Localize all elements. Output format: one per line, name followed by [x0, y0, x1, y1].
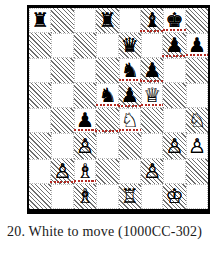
piece-white-rook: ♖: [121, 184, 139, 209]
red-squiggle-mark: [141, 104, 163, 106]
square-b3: [51, 133, 73, 158]
square-d1: [96, 184, 118, 209]
square-d5: ♞: [96, 83, 118, 108]
red-squiggle-mark: [74, 129, 96, 131]
red-squiggle-mark: [186, 54, 208, 56]
square-h3: ♙: [186, 133, 208, 158]
piece-white-pawn: ♙: [76, 134, 94, 159]
chess-board: ♜♜♝♚♛♟♟♞♟♞♟♕♟♘♘♙♙♙♙♗♙♗♖♔: [27, 5, 210, 214]
square-d2: [96, 159, 118, 184]
piece-black-rook: ♜: [98, 8, 116, 33]
red-squiggle-mark: [96, 104, 118, 106]
square-g6: [163, 58, 185, 83]
square-b6: [51, 58, 73, 83]
square-f1: [141, 184, 163, 209]
square-e1: ♖: [119, 184, 141, 209]
square-a4: [29, 108, 51, 133]
square-b1: [51, 184, 73, 209]
square-f2: ♙: [141, 159, 163, 184]
red-squiggle-mark: [74, 180, 96, 182]
square-c1: ♗: [74, 184, 96, 209]
square-e3: [119, 133, 141, 158]
square-e5: ♟: [119, 83, 141, 108]
square-g8: ♚: [163, 8, 185, 33]
square-c6: [74, 58, 96, 83]
square-h6: [186, 58, 208, 83]
square-f8: ♝: [141, 8, 163, 33]
piece-white-pawn: ♙: [166, 134, 184, 159]
red-squiggle-mark: [119, 79, 141, 81]
square-d3: [96, 133, 118, 158]
red-squiggle-mark: [119, 129, 141, 131]
square-e2: [119, 159, 141, 184]
square-f7: [141, 33, 163, 58]
square-f4: [141, 108, 163, 133]
square-c3: ♙: [74, 133, 96, 158]
square-h1: [186, 184, 208, 209]
square-b7: [51, 33, 73, 58]
square-g1: ♔: [163, 184, 185, 209]
square-a6: [29, 58, 51, 83]
square-g7: ♟: [163, 33, 185, 58]
square-c4: ♟: [74, 108, 96, 133]
red-squiggle-mark: [50, 181, 74, 183]
square-c5: [74, 83, 96, 108]
square-f3: [141, 133, 163, 158]
piece-white-bishop: ♗: [76, 184, 94, 209]
square-a5: [29, 83, 51, 108]
square-f5: ♕: [141, 83, 163, 108]
square-b4: [51, 108, 73, 133]
red-squiggle-mark: [95, 130, 119, 132]
square-h8: [186, 8, 208, 33]
piece-white-pawn: ♙: [143, 159, 161, 184]
square-a2: [29, 159, 51, 184]
red-squiggle-mark: [140, 80, 164, 82]
piece-white-king: ♔: [166, 184, 184, 209]
square-b8: [51, 8, 73, 33]
square-e6: ♞: [119, 58, 141, 83]
piece-black-queen: ♛: [121, 33, 139, 58]
square-c7: [74, 33, 96, 58]
diagram-caption: 20. White to move (1000CC-302): [7, 224, 207, 240]
red-squiggle-mark: [140, 30, 164, 32]
square-b2: ♙: [51, 159, 73, 184]
square-f6: ♟: [141, 58, 163, 83]
square-a8: ♜: [29, 8, 51, 33]
square-h2: [186, 159, 208, 184]
square-e4: ♘: [119, 108, 141, 133]
square-c8: [74, 8, 96, 33]
piece-white-knight: ♘: [188, 108, 206, 133]
chess-diagram-page: ♜♜♝♚♛♟♟♞♟♞♟♕♟♘♘♙♙♙♙♗♙♗♖♔ 20. White to mo…: [0, 0, 212, 253]
red-squiggle-mark: [162, 55, 186, 57]
square-d8: ♜: [96, 8, 118, 33]
square-a1: [29, 184, 51, 209]
square-d6: [96, 58, 118, 83]
red-squiggle-mark: [118, 105, 142, 107]
piece-black-rook: ♜: [31, 8, 49, 33]
square-e7: ♛: [119, 33, 141, 58]
square-a7: [29, 33, 51, 58]
piece-white-pawn: ♙: [188, 134, 206, 159]
square-h5: [186, 83, 208, 108]
square-g5: [163, 83, 185, 108]
square-b5: [51, 83, 73, 108]
square-h4: ♘: [186, 108, 208, 133]
square-d4: [96, 108, 118, 133]
square-g2: [163, 159, 185, 184]
square-c2: ♗: [74, 159, 96, 184]
square-h7: ♟: [186, 33, 208, 58]
square-e8: [119, 8, 141, 33]
square-a3: [29, 133, 51, 158]
red-squiggle-mark: [163, 29, 185, 31]
square-g4: [163, 108, 185, 133]
square-d7: [96, 33, 118, 58]
square-g3: ♙: [163, 133, 185, 158]
